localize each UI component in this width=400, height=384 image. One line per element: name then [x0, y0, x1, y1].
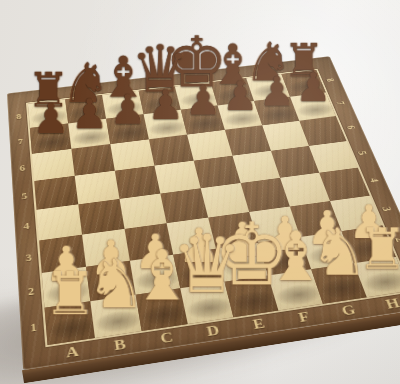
piece-shadow [273, 281, 325, 308]
piece-shadow [360, 268, 400, 294]
rank-label-left-1: 1 [20, 308, 48, 349]
square-d5[interactable] [154, 161, 200, 194]
square-c8[interactable]: ♝ [102, 91, 144, 119]
chess-photo: ♜♞♝♛♚♝♞♜♟♟♟♟♟♟♟♟♟♟♟♟♟♟♟♟♜♞♝♛♚♝♞♜ ABCDEFG… [0, 0, 400, 384]
square-c5[interactable] [115, 166, 161, 199]
piece-shadow [47, 314, 98, 343]
piece-shadow [140, 300, 191, 328]
square-c1[interactable]: ♝ [136, 288, 188, 331]
piece-glyph: ♛ [130, 38, 188, 100]
square-a6[interactable] [32, 149, 75, 181]
rank-label-left-3: 3 [16, 240, 42, 276]
square-g1[interactable]: ♞ [311, 263, 367, 304]
square-a5[interactable] [34, 176, 78, 210]
square-g5[interactable] [271, 146, 319, 178]
square-g3[interactable] [290, 201, 342, 237]
piece-glyph: ♜ [283, 39, 324, 83]
square-a1[interactable]: ♜ [45, 301, 95, 345]
square-d8[interactable]: ♛ [139, 86, 181, 114]
square-b7[interactable]: ♟ [68, 119, 110, 149]
piece-shadow [185, 294, 237, 322]
square-b2[interactable]: ♟ [86, 261, 136, 301]
rank-label-left-7: 7 [9, 128, 32, 156]
square-b3[interactable] [82, 229, 130, 267]
chess-board: ♜♞♝♛♚♝♞♜♟♟♟♟♟♟♟♟♟♟♟♟♟♟♟♟♜♞♝♛♚♝♞♜ ABCDEFG… [7, 56, 400, 370]
square-e5[interactable] [194, 156, 241, 189]
rank-label-left-2: 2 [18, 273, 45, 311]
piece-shadow [94, 307, 145, 335]
piece-shadow [229, 287, 281, 314]
square-f4[interactable] [241, 178, 290, 212]
piece-glyph: ♜ [26, 68, 69, 113]
rank-label-left-5: 5 [12, 181, 36, 213]
square-c4[interactable] [120, 194, 167, 229]
piece-shadow [347, 236, 398, 261]
square-b1[interactable]: ♞ [90, 295, 141, 338]
square-a4[interactable] [37, 204, 82, 240]
rank-label-left-4: 4 [14, 210, 39, 244]
rank-label-left-8: 8 [8, 104, 30, 131]
square-b6[interactable] [71, 144, 114, 176]
square-d3[interactable] [167, 218, 216, 255]
perspective-scene: ♜♞♝♛♚♝♞♜♟♟♟♟♟♟♟♟♟♟♟♟♟♟♟♟♜♞♝♛♚♝♞♜ ABCDEFG… [0, 0, 400, 384]
piece-shadow [263, 248, 313, 273]
piece-shadow [45, 278, 94, 305]
rank-label-left-6: 6 [11, 154, 35, 184]
